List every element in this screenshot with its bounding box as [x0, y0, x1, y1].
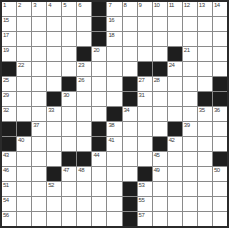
crossword-cell[interactable] — [62, 107, 76, 121]
crossword-cell[interactable]: 50 — [213, 167, 227, 181]
crossword-cell[interactable] — [62, 197, 76, 211]
crossword-cell[interactable]: 12 — [183, 2, 197, 16]
clue-number: 33 — [48, 107, 54, 114]
crossword-cell[interactable]: 13 — [198, 2, 212, 16]
crossword-cell[interactable] — [77, 137, 91, 151]
crossword-cell[interactable]: 11 — [168, 2, 182, 16]
crossword-cell[interactable] — [32, 77, 46, 91]
black-cell — [123, 212, 137, 226]
crossword-cell[interactable] — [123, 152, 137, 166]
crossword-cell[interactable] — [107, 152, 121, 166]
crossword-cell[interactable] — [168, 17, 182, 31]
crossword-cell[interactable] — [213, 47, 227, 61]
clue-number: 2 — [18, 2, 21, 9]
crossword-cell[interactable]: 7 — [107, 2, 121, 16]
clue-number: 30 — [63, 92, 69, 99]
crossword-cell[interactable]: 52 — [47, 182, 61, 196]
crossword-cell[interactable] — [138, 107, 152, 121]
crossword-cell[interactable] — [183, 197, 197, 211]
clue-number: 12 — [184, 2, 190, 9]
crossword-cell[interactable] — [32, 62, 46, 76]
black-cell — [123, 77, 137, 91]
crossword-cell[interactable] — [138, 122, 152, 136]
crossword-cell[interactable] — [198, 137, 212, 151]
crossword-cell[interactable] — [32, 197, 46, 211]
crossword-cell[interactable] — [47, 152, 61, 166]
black-cell — [77, 152, 91, 166]
crossword-cell[interactable] — [183, 152, 197, 166]
crossword-cell[interactable]: 20 — [92, 47, 106, 61]
black-cell — [213, 92, 227, 106]
crossword-cell[interactable] — [213, 62, 227, 76]
crossword-cell[interactable] — [77, 122, 91, 136]
crossword-cell[interactable] — [107, 62, 121, 76]
clue-number: 47 — [63, 167, 69, 174]
black-cell — [123, 197, 137, 211]
crossword-cell[interactable] — [153, 32, 167, 46]
crossword-cell[interactable] — [32, 182, 46, 196]
crossword-cell[interactable]: 4 — [47, 2, 61, 16]
crossword-cell[interactable] — [138, 32, 152, 46]
clue-number: 21 — [184, 47, 190, 54]
crossword-cell[interactable]: 44 — [92, 152, 106, 166]
clue-number: 4 — [48, 2, 51, 9]
crossword-cell[interactable] — [17, 92, 31, 106]
clue-number: 45 — [154, 152, 160, 159]
crossword-cell[interactable]: 27 — [138, 77, 152, 91]
clue-number: 31 — [139, 92, 145, 99]
clue-number: 22 — [18, 62, 24, 69]
clue-number: 49 — [154, 167, 160, 174]
crossword-cell[interactable] — [183, 182, 197, 196]
crossword-cell[interactable] — [198, 122, 212, 136]
crossword-cell[interactable] — [17, 197, 31, 211]
crossword-cell[interactable] — [62, 137, 76, 151]
crossword-cell[interactable]: 47 — [62, 167, 76, 181]
crossword-cell[interactable] — [123, 122, 137, 136]
black-cell — [168, 122, 182, 136]
crossword-cell[interactable] — [168, 107, 182, 121]
crossword-cell[interactable]: 14 — [213, 2, 227, 16]
crossword-cell[interactable] — [32, 47, 46, 61]
crossword-cell[interactable] — [138, 137, 152, 151]
crossword-cell[interactable]: 1 — [2, 2, 16, 16]
crossword-cell[interactable] — [77, 212, 91, 226]
crossword-cell[interactable] — [168, 32, 182, 46]
crossword-cell[interactable] — [153, 92, 167, 106]
crossword-cell[interactable] — [47, 212, 61, 226]
clue-number: 10 — [154, 2, 160, 9]
crossword-cell[interactable]: 45 — [153, 152, 167, 166]
black-cell — [92, 17, 106, 31]
clue-number: 11 — [169, 2, 174, 9]
crossword-cell[interactable] — [47, 47, 61, 61]
crossword-cell[interactable] — [62, 122, 76, 136]
crossword-cell[interactable] — [138, 17, 152, 31]
clue-number: 20 — [93, 47, 99, 54]
crossword-cell[interactable]: 42 — [168, 137, 182, 151]
crossword-cell[interactable] — [107, 92, 121, 106]
crossword-cell[interactable] — [17, 17, 31, 31]
black-cell — [213, 77, 227, 91]
crossword-cell[interactable]: 39 — [183, 122, 197, 136]
black-cell — [2, 62, 16, 76]
clue-number: 52 — [48, 182, 54, 189]
crossword-cell[interactable] — [32, 107, 46, 121]
crossword-cell[interactable]: 36 — [213, 107, 227, 121]
crossword-cell[interactable] — [107, 77, 121, 91]
black-cell — [77, 47, 91, 61]
crossword-cell[interactable] — [62, 182, 76, 196]
clue-number: 46 — [3, 167, 9, 174]
crossword-cell[interactable]: 8 — [123, 2, 137, 16]
clue-number: 15 — [3, 17, 9, 24]
clue-number: 38 — [108, 122, 114, 129]
crossword-cell[interactable] — [107, 47, 121, 61]
crossword-cell[interactable]: 51 — [2, 182, 16, 196]
black-cell — [123, 92, 137, 106]
crossword-cell[interactable] — [123, 17, 137, 31]
black-cell — [198, 92, 212, 106]
crossword-cell[interactable] — [168, 167, 182, 181]
clue-number: 39 — [184, 122, 190, 129]
clue-number: 26 — [78, 77, 84, 84]
clue-number: 24 — [169, 62, 175, 69]
clue-number: 3 — [33, 2, 36, 9]
crossword-cell[interactable]: 10 — [153, 2, 167, 16]
crossword-cell[interactable] — [92, 77, 106, 91]
crossword-cell[interactable] — [47, 197, 61, 211]
crossword-cell[interactable] — [62, 17, 76, 31]
crossword-cell[interactable] — [92, 197, 106, 211]
crossword-cell[interactable]: 26 — [77, 77, 91, 91]
crossword-cell[interactable] — [168, 212, 182, 226]
crossword-cell[interactable] — [198, 167, 212, 181]
crossword-cell[interactable] — [47, 122, 61, 136]
crossword-cell[interactable] — [17, 212, 31, 226]
crossword-cell[interactable]: 5 — [62, 2, 76, 16]
crossword-cell[interactable] — [198, 197, 212, 211]
crossword-cell[interactable] — [92, 92, 106, 106]
crossword-cell[interactable] — [153, 107, 167, 121]
crossword-cell[interactable] — [92, 62, 106, 76]
crossword-cell[interactable] — [17, 47, 31, 61]
black-cell — [47, 167, 61, 181]
crossword-cell[interactable]: 2 — [17, 2, 31, 16]
clue-number: 53 — [139, 182, 145, 189]
crossword-cell[interactable] — [198, 32, 212, 46]
clue-number: 28 — [154, 77, 160, 84]
crossword-cell[interactable]: 34 — [123, 107, 137, 121]
clue-number: 40 — [18, 137, 24, 144]
crossword-cell[interactable] — [32, 212, 46, 226]
crossword-cell[interactable] — [47, 32, 61, 46]
crossword-cell[interactable] — [17, 32, 31, 46]
clue-number: 41 — [108, 137, 114, 144]
crossword-cell[interactable] — [168, 182, 182, 196]
clue-number: 57 — [139, 212, 145, 219]
clue-number: 56 — [3, 212, 9, 219]
crossword-cell[interactable] — [123, 137, 137, 151]
clue-number: 54 — [3, 197, 9, 204]
crossword-cell[interactable]: 24 — [168, 62, 182, 76]
crossword-cell[interactable] — [198, 212, 212, 226]
crossword-cell[interactable] — [77, 17, 91, 31]
crossword-cell[interactable] — [17, 167, 31, 181]
crossword-cell[interactable] — [198, 62, 212, 76]
clue-number: 16 — [108, 17, 114, 24]
crossword-cell[interactable]: 18 — [107, 32, 121, 46]
black-cell — [153, 137, 167, 151]
clue-number: 55 — [139, 197, 145, 204]
crossword-cell[interactable]: 25 — [2, 77, 16, 91]
crossword-cell[interactable] — [183, 32, 197, 46]
crossword-cell[interactable] — [153, 122, 167, 136]
crossword-cell[interactable]: 32 — [2, 107, 16, 121]
crossword-cell[interactable]: 35 — [198, 107, 212, 121]
crossword-cell[interactable] — [32, 32, 46, 46]
crossword-cell[interactable]: 16 — [107, 17, 121, 31]
crossword-cell[interactable] — [123, 62, 137, 76]
black-cell — [62, 152, 76, 166]
crossword-cell[interactable] — [77, 92, 91, 106]
crossword-cell[interactable] — [123, 47, 137, 61]
black-cell — [47, 92, 61, 106]
crossword-cell[interactable] — [183, 92, 197, 106]
crossword-cell[interactable]: 40 — [17, 137, 31, 151]
crossword-cell[interactable] — [213, 17, 227, 31]
clue-number: 7 — [108, 2, 111, 9]
crossword-cell[interactable] — [92, 167, 106, 181]
crossword-cell[interactable] — [183, 212, 197, 226]
crossword-cell[interactable] — [153, 182, 167, 196]
crossword-cell[interactable] — [77, 107, 91, 121]
black-cell — [123, 182, 137, 196]
crossword-cell[interactable] — [183, 137, 197, 151]
crossword-cell[interactable] — [17, 77, 31, 91]
black-cell — [92, 2, 106, 16]
crossword-grid: 1234567891011121314151617181920212223242… — [0, 0, 229, 228]
crossword-cell[interactable] — [92, 182, 106, 196]
clue-number: 14 — [214, 2, 220, 9]
crossword-cell[interactable] — [62, 32, 76, 46]
clue-number: 19 — [3, 47, 9, 54]
clue-number: 32 — [3, 107, 9, 114]
crossword-cell[interactable] — [213, 32, 227, 46]
crossword-cell[interactable]: 17 — [2, 32, 16, 46]
crossword-cell[interactable] — [183, 62, 197, 76]
crossword-cell[interactable] — [92, 107, 106, 121]
crossword-cell[interactable] — [153, 212, 167, 226]
crossword-cell[interactable]: 49 — [153, 167, 167, 181]
crossword-cell[interactable] — [107, 212, 121, 226]
crossword-cell[interactable] — [62, 212, 76, 226]
crossword-cell[interactable] — [168, 152, 182, 166]
crossword-cell[interactable] — [107, 182, 121, 196]
crossword-cell[interactable]: 29 — [2, 92, 16, 106]
clue-number: 5 — [63, 2, 66, 9]
crossword-cell[interactable] — [153, 47, 167, 61]
crossword-cell[interactable] — [183, 107, 197, 121]
crossword-cell[interactable]: 22 — [17, 62, 31, 76]
clue-number: 27 — [139, 77, 145, 84]
crossword-cell[interactable] — [198, 47, 212, 61]
crossword-cell[interactable] — [107, 167, 121, 181]
crossword-cell[interactable]: 41 — [107, 137, 121, 151]
crossword-cell[interactable]: 55 — [138, 197, 152, 211]
crossword-cell[interactable] — [198, 77, 212, 91]
clue-number: 35 — [199, 107, 205, 114]
crossword-cell[interactable]: 21 — [183, 47, 197, 61]
black-cell — [153, 62, 167, 76]
crossword-cell[interactable] — [198, 17, 212, 31]
black-cell — [107, 107, 121, 121]
crossword-cell[interactable] — [213, 212, 227, 226]
clue-number: 25 — [3, 77, 9, 84]
crossword-cell[interactable]: 53 — [138, 182, 152, 196]
black-cell — [62, 77, 76, 91]
crossword-cell[interactable] — [183, 17, 197, 31]
crossword-cell[interactable] — [32, 92, 46, 106]
clue-number: 36 — [214, 107, 220, 114]
crossword-cell[interactable]: 6 — [77, 2, 91, 16]
crossword-cell[interactable] — [17, 107, 31, 121]
crossword-cell[interactable]: 48 — [77, 167, 91, 181]
crossword-cell[interactable] — [47, 77, 61, 91]
crossword-cell[interactable] — [17, 182, 31, 196]
black-cell — [92, 32, 106, 46]
clue-number: 48 — [78, 167, 84, 174]
clue-number: 29 — [3, 92, 9, 99]
crossword-cell[interactable]: 15 — [2, 17, 16, 31]
crossword-cell[interactable] — [17, 152, 31, 166]
crossword-cell[interactable]: 46 — [2, 167, 16, 181]
crossword-cell[interactable] — [213, 182, 227, 196]
crossword-cell[interactable] — [32, 167, 46, 181]
black-cell — [213, 152, 227, 166]
clue-number: 34 — [124, 107, 130, 114]
crossword-cell[interactable]: 43 — [2, 152, 16, 166]
crossword-cell[interactable] — [47, 17, 61, 31]
crossword-cell[interactable]: 23 — [77, 62, 91, 76]
clue-number: 43 — [3, 152, 9, 159]
crossword-cell[interactable] — [62, 47, 76, 61]
crossword-cell[interactable] — [213, 197, 227, 211]
clue-number: 8 — [124, 2, 127, 9]
crossword-cell[interactable] — [168, 197, 182, 211]
crossword-cell[interactable] — [77, 197, 91, 211]
clue-number: 50 — [214, 167, 220, 174]
crossword-cell[interactable]: 28 — [153, 77, 167, 91]
crossword-cell[interactable] — [123, 32, 137, 46]
clue-number: 42 — [169, 137, 175, 144]
crossword-cell[interactable]: 56 — [2, 212, 16, 226]
crossword-cell[interactable]: 38 — [107, 122, 121, 136]
crossword-cell[interactable] — [77, 32, 91, 46]
black-cell — [168, 47, 182, 61]
crossword-cell[interactable]: 54 — [2, 197, 16, 211]
clue-number: 51 — [3, 182, 9, 189]
crossword-cell[interactable]: 57 — [138, 212, 152, 226]
black-cell — [92, 137, 106, 151]
crossword-cell[interactable] — [47, 137, 61, 151]
crossword-cell[interactable] — [213, 122, 227, 136]
crossword-cell[interactable] — [62, 62, 76, 76]
black-cell — [92, 122, 106, 136]
crossword-cell[interactable] — [32, 17, 46, 31]
black-cell — [138, 62, 152, 76]
crossword-cell[interactable] — [32, 152, 46, 166]
clue-number: 1 — [3, 2, 6, 9]
crossword-cell[interactable]: 33 — [47, 107, 61, 121]
crossword-cell[interactable]: 30 — [62, 92, 76, 106]
crossword-cell[interactable] — [153, 197, 167, 211]
crossword-cell[interactable]: 19 — [2, 47, 16, 61]
crossword-cell[interactable]: 3 — [32, 2, 46, 16]
black-cell — [17, 122, 31, 136]
crossword-cell[interactable]: 37 — [32, 122, 46, 136]
clue-number: 17 — [3, 32, 9, 39]
crossword-cell[interactable] — [32, 137, 46, 151]
clue-number: 37 — [33, 122, 39, 129]
crossword-cell[interactable] — [47, 62, 61, 76]
clue-number: 6 — [78, 2, 81, 9]
crossword-cell[interactable] — [153, 17, 167, 31]
crossword-cell[interactable] — [183, 167, 197, 181]
clue-number: 18 — [108, 32, 114, 39]
crossword-cell[interactable]: 31 — [138, 92, 152, 106]
black-cell — [2, 122, 16, 136]
crossword-cell[interactable] — [77, 182, 91, 196]
crossword-cell[interactable] — [183, 77, 197, 91]
crossword-cell[interactable] — [198, 152, 212, 166]
crossword-cell[interactable] — [213, 137, 227, 151]
black-cell — [2, 137, 16, 151]
crossword-cell[interactable] — [138, 152, 152, 166]
crossword-cell[interactable] — [92, 212, 106, 226]
crossword-cell[interactable] — [138, 47, 152, 61]
clue-number: 13 — [199, 2, 205, 9]
clue-number: 9 — [139, 2, 142, 9]
crossword-cell[interactable] — [198, 182, 212, 196]
crossword-cell[interactable] — [123, 167, 137, 181]
crossword-cell[interactable]: 9 — [138, 2, 152, 16]
black-cell — [138, 167, 152, 181]
crossword-cell[interactable] — [168, 92, 182, 106]
clue-number: 23 — [78, 62, 84, 69]
crossword-cell[interactable] — [168, 77, 182, 91]
clue-number: 44 — [93, 152, 99, 159]
crossword-cell[interactable] — [107, 197, 121, 211]
